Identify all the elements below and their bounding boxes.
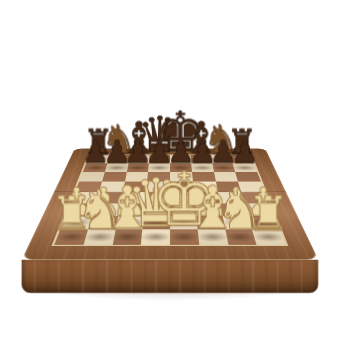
square-a8[interactable] [86, 155, 109, 163]
square-b8[interactable] [107, 155, 130, 163]
square-h7[interactable] [233, 163, 257, 172]
chess-set-photo: ♜♞♝♛♚♝♞♜♟♟♟♟♟♟♟♟♟♟♟♟♟♟♟♟♜♞♝♛♚♝♞♜ [0, 0, 340, 340]
square-a7[interactable] [83, 163, 107, 172]
white-rook-icon: ♜ [231, 190, 307, 237]
chess-board: ♜♞♝♛♚♝♞♜♟♟♟♟♟♟♟♟♟♟♟♟♟♟♟♟♜♞♝♛♚♝♞♜ [22, 149, 319, 260]
board-front-side [22, 260, 319, 293]
square-h8[interactable] [230, 155, 253, 163]
wood-grain-texture [22, 260, 319, 293]
